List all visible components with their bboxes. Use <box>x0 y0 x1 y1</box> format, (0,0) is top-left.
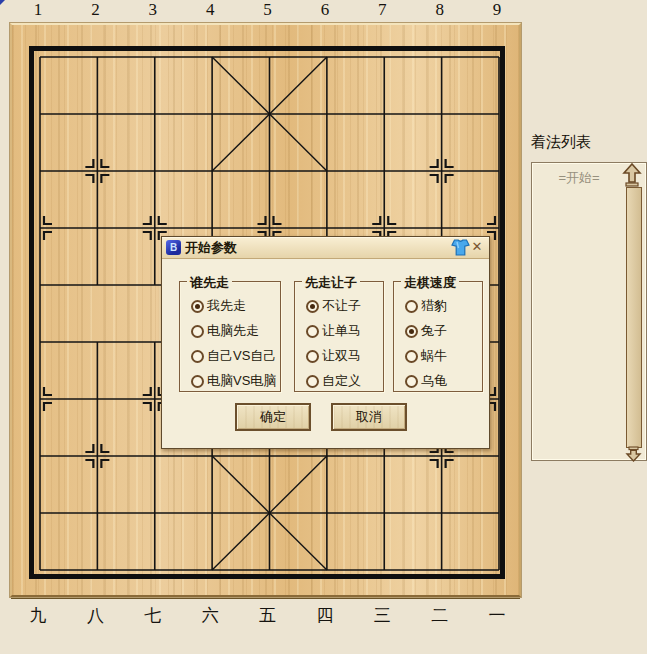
intersection-3-1[interactable] <box>126 29 183 86</box>
intersection-1-4[interactable] <box>11 200 68 257</box>
radio-label: 乌龟 <box>421 372 447 390</box>
radio-option-g1-1[interactable]: 我先走 <box>191 296 246 316</box>
radio-option-g2-2[interactable]: 让单马 <box>306 321 361 341</box>
group-3: 走棋速度猎豹兔子蜗牛乌龟 <box>393 281 483 392</box>
intersection-1-3[interactable] <box>11 143 68 200</box>
radio-option-g1-3[interactable]: 自己VS自己 <box>191 346 276 366</box>
intersection-7-1[interactable] <box>356 29 413 86</box>
file-label: 六 <box>202 604 219 627</box>
intersection-2-1[interactable] <box>69 29 126 86</box>
file-label: 二 <box>431 604 448 627</box>
dialog-titlebar[interactable]: B 开始参数 ✕ <box>162 237 489 259</box>
intersection-3-9[interactable] <box>126 485 183 542</box>
intersection-2-5[interactable] <box>69 257 126 314</box>
intersection-2-8[interactable] <box>69 428 126 485</box>
intersection-5-2[interactable] <box>241 86 298 143</box>
intersection-6-3[interactable] <box>298 143 355 200</box>
radio-option-g2-3[interactable]: 让双马 <box>306 346 361 366</box>
radio-option-g1-2[interactable]: 电脑先走 <box>191 321 259 341</box>
file-label: 三 <box>374 604 391 627</box>
radio-icon[interactable] <box>191 350 204 363</box>
intersection-9-10[interactable] <box>470 542 527 599</box>
radio-option-g3-2[interactable]: 兔子 <box>405 321 447 341</box>
intersection-1-10[interactable] <box>11 542 68 599</box>
group-label: 谁先走 <box>187 274 232 292</box>
intersection-8-10[interactable] <box>413 542 470 599</box>
radio-label: 电脑先走 <box>207 322 259 340</box>
intersection-4-1[interactable] <box>183 29 240 86</box>
intersection-1-9[interactable] <box>11 485 68 542</box>
intersection-4-9[interactable] <box>183 485 240 542</box>
radio-label: 自己VS自己 <box>207 347 276 365</box>
group-1: 谁先走我先走电脑先走自己VS自己电脑VS电脑 <box>179 281 281 392</box>
radio-label: 猎豹 <box>421 297 447 315</box>
radio-icon[interactable] <box>306 350 319 363</box>
radio-icon[interactable] <box>405 375 418 388</box>
intersection-9-1[interactable] <box>470 29 527 86</box>
ok-button[interactable]: 确定 <box>235 403 311 431</box>
intersection-1-2[interactable] <box>11 86 68 143</box>
radio-selected-icon[interactable] <box>405 325 418 338</box>
intersection-6-9[interactable] <box>298 485 355 542</box>
file-label: 3 <box>149 0 158 20</box>
intersection-1-1[interactable] <box>11 29 68 86</box>
radio-icon[interactable] <box>191 375 204 388</box>
radio-label: 电脑VS电脑 <box>207 372 276 390</box>
intersection-7-3[interactable] <box>356 143 413 200</box>
file-label: 五 <box>259 604 276 627</box>
app-icon: B <box>166 240 181 255</box>
intersection-2-9[interactable] <box>69 485 126 542</box>
radio-option-g3-3[interactable]: 蜗牛 <box>405 346 447 366</box>
intersection-4-10[interactable] <box>183 542 240 599</box>
intersection-1-7[interactable] <box>11 371 68 428</box>
intersection-6-2[interactable] <box>298 86 355 143</box>
intersection-8-9[interactable] <box>413 485 470 542</box>
file-label: 八 <box>87 604 104 627</box>
radio-icon[interactable] <box>405 350 418 363</box>
intersection-4-3[interactable] <box>183 143 240 200</box>
radio-selected-icon[interactable] <box>191 300 204 313</box>
radio-label: 不让子 <box>322 297 361 315</box>
scrollbar-thumb[interactable] <box>626 187 642 448</box>
file-label: 4 <box>206 0 215 20</box>
file-label: 一 <box>489 604 506 627</box>
file-labels-bottom: 九八七六五四三二一 <box>10 604 521 624</box>
intersection-2-2[interactable] <box>69 86 126 143</box>
scroll-up-icon[interactable] <box>620 163 644 188</box>
intersection-5-1[interactable] <box>241 29 298 86</box>
radio-selected-icon[interactable] <box>306 300 319 313</box>
intersection-8-3[interactable] <box>413 143 470 200</box>
radio-option-g1-4[interactable]: 电脑VS电脑 <box>191 371 276 391</box>
file-label: 九 <box>30 604 47 627</box>
intersection-2-3[interactable] <box>69 143 126 200</box>
intersection-6-1[interactable] <box>298 29 355 86</box>
intersection-9-9[interactable] <box>470 485 527 542</box>
file-label: 6 <box>321 0 330 20</box>
radio-label: 让单马 <box>322 322 361 340</box>
radio-option-g2-1[interactable]: 不让子 <box>306 296 361 316</box>
cancel-button[interactable]: 取消 <box>331 403 407 431</box>
radio-icon[interactable] <box>405 300 418 313</box>
intersection-5-9[interactable] <box>241 485 298 542</box>
group-label: 走棋速度 <box>401 274 459 292</box>
file-label: 5 <box>263 0 272 20</box>
radio-option-g3-4[interactable]: 乌龟 <box>405 371 447 391</box>
app-window: 123456789 九八七六五四三二一 着法列表 =开始= B 开始参数 ✕ <box>0 0 647 654</box>
scroll-down-icon[interactable] <box>625 446 642 462</box>
file-label: 1 <box>34 0 43 20</box>
intersection-9-2[interactable] <box>470 86 527 143</box>
radio-icon[interactable] <box>191 325 204 338</box>
intersection-2-7[interactable] <box>69 371 126 428</box>
intersection-2-6[interactable] <box>69 314 126 371</box>
intersection-5-3[interactable] <box>241 143 298 200</box>
radio-label: 让双马 <box>322 347 361 365</box>
dialog-title: 开始参数 <box>185 237 237 258</box>
group-label: 先走让子 <box>302 274 360 292</box>
intersection-2-10[interactable] <box>69 542 126 599</box>
move-list-title: 着法列表 <box>531 133 591 152</box>
radio-label: 我先走 <box>207 297 246 315</box>
intersection-8-1[interactable] <box>413 29 470 86</box>
window-corner-artifact <box>0 0 5 5</box>
move-list-item[interactable]: =开始= <box>532 170 626 186</box>
radio-label: 自定义 <box>322 372 361 390</box>
intersection-6-10[interactable] <box>298 542 355 599</box>
intersection-3-3[interactable] <box>126 143 183 200</box>
intersection-7-9[interactable] <box>356 485 413 542</box>
file-label: 2 <box>91 0 100 20</box>
move-list-items: =开始= <box>532 170 626 186</box>
close-icon[interactable]: ✕ <box>468 238 486 256</box>
start-parameters-dialog: B 开始参数 ✕ 谁先走我先走电脑先走自己VS自己电脑VS电脑先走让子不让子让单… <box>161 236 490 449</box>
intersection-3-10[interactable] <box>126 542 183 599</box>
radio-icon[interactable] <box>306 325 319 338</box>
file-label: 7 <box>378 0 387 20</box>
file-label: 七 <box>144 604 161 627</box>
file-label: 8 <box>435 0 444 20</box>
radio-option-g3-1[interactable]: 猎豹 <box>405 296 447 316</box>
intersection-8-2[interactable] <box>413 86 470 143</box>
intersection-1-6[interactable] <box>11 314 68 371</box>
move-list-box[interactable]: =开始= <box>531 162 647 461</box>
intersection-7-10[interactable] <box>356 542 413 599</box>
file-labels-top: 123456789 <box>10 0 521 20</box>
intersection-7-2[interactable] <box>356 86 413 143</box>
file-label: 四 <box>316 604 333 627</box>
radio-option-g2-4[interactable]: 自定义 <box>306 371 361 391</box>
intersection-1-5[interactable] <box>11 257 68 314</box>
radio-label: 蜗牛 <box>421 347 447 365</box>
radio-label: 兔子 <box>421 322 447 340</box>
group-2: 先走让子不让子让单马让双马自定义 <box>294 281 384 392</box>
intersection-4-2[interactable] <box>183 86 240 143</box>
intersection-9-3[interactable] <box>470 143 527 200</box>
intersection-1-8[interactable] <box>11 428 68 485</box>
radio-icon[interactable] <box>306 375 319 388</box>
file-label: 9 <box>493 0 502 20</box>
intersection-3-2[interactable] <box>126 86 183 143</box>
intersection-5-10[interactable] <box>241 542 298 599</box>
intersection-2-4[interactable] <box>69 200 126 257</box>
